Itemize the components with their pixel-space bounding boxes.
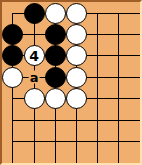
go-diagram: 4a	[0, 0, 142, 165]
board-point-c6[interactable]	[45, 109, 66, 130]
board-point-d8[interactable]	[66, 152, 87, 163]
grid-line-v	[118, 88, 119, 109]
board-point-a3	[2, 45, 23, 66]
white-stone	[66, 3, 87, 24]
black-stone	[2, 24, 23, 45]
board-point-c4	[45, 67, 66, 88]
black-stone	[45, 45, 66, 66]
grid-line-v	[12, 13, 13, 24]
board-point-f5[interactable]	[108, 88, 129, 109]
grid-line-h	[13, 141, 24, 142]
grid-line-v	[76, 131, 77, 152]
board-point-b4[interactable]: a	[24, 67, 45, 88]
board-point-d7[interactable]	[66, 131, 87, 152]
white-stone	[45, 3, 66, 24]
board-point-f7[interactable]	[108, 131, 129, 152]
white-stone	[66, 88, 87, 109]
board-point-f2[interactable]	[108, 24, 129, 45]
board-point-f3[interactable]	[108, 45, 129, 66]
board-point-e1[interactable]	[87, 2, 108, 23]
board-point-a5[interactable]	[2, 88, 23, 109]
go-board: 4a	[2, 2, 140, 163]
board-point-c5	[45, 88, 66, 109]
black-stone	[45, 67, 66, 88]
board-point-d6[interactable]	[66, 109, 87, 130]
grid-line-v	[76, 109, 77, 130]
board-point-a7[interactable]	[2, 131, 23, 152]
grid-line-v	[97, 13, 98, 24]
white-stone	[2, 67, 23, 88]
grid-line-v	[118, 13, 119, 24]
board-point-f8[interactable]	[108, 152, 129, 163]
board-point-c2	[45, 24, 66, 45]
grid-line-v	[97, 131, 98, 152]
board-point-g1[interactable]	[130, 2, 140, 23]
black-stone	[24, 3, 45, 24]
grid-line-v	[118, 152, 119, 163]
board-point-g2[interactable]	[130, 24, 140, 45]
board-point-d5	[66, 88, 87, 109]
grid-line-h	[130, 13, 140, 14]
go-board-grid: 4a	[2, 2, 140, 163]
grid-line-v	[55, 131, 56, 152]
board-point-f4[interactable]	[108, 67, 129, 88]
board-point-d3	[66, 45, 87, 66]
grid-line-h	[13, 98, 24, 99]
board-point-e4[interactable]	[87, 67, 108, 88]
grid-line-v	[34, 131, 35, 152]
grid-line-v	[12, 131, 13, 152]
grid-line-v	[118, 67, 119, 88]
board-point-g5[interactable]	[130, 88, 140, 109]
board-point-e3[interactable]	[87, 45, 108, 66]
board-point-a2	[2, 24, 23, 45]
board-point-b7[interactable]	[24, 131, 45, 152]
board-point-g8[interactable]	[130, 152, 140, 163]
point-label-a: a	[29, 71, 40, 84]
board-point-f1[interactable]	[108, 2, 129, 23]
board-point-c7[interactable]	[45, 131, 66, 152]
board-point-e7[interactable]	[87, 131, 108, 152]
board-point-g3[interactable]	[130, 45, 140, 66]
grid-line-h	[130, 141, 140, 142]
board-point-c3	[45, 45, 66, 66]
grid-line-v	[34, 109, 35, 130]
board-point-e2[interactable]	[87, 24, 108, 45]
grid-line-v	[12, 109, 13, 130]
black-stone	[2, 45, 23, 66]
grid-line-v	[97, 152, 98, 163]
board-point-e5[interactable]	[87, 88, 108, 109]
board-point-b1	[24, 2, 45, 23]
board-point-a8[interactable]	[2, 152, 23, 163]
board-point-c1	[45, 2, 66, 23]
white-stone	[24, 88, 45, 109]
board-point-b5	[24, 88, 45, 109]
grid-line-h	[130, 55, 140, 56]
board-point-d4	[66, 67, 87, 88]
grid-line-v	[118, 131, 119, 152]
grid-line-v	[97, 67, 98, 88]
grid-line-v	[55, 152, 56, 163]
board-point-g7[interactable]	[130, 131, 140, 152]
white-stone	[66, 45, 87, 66]
grid-line-v	[76, 152, 77, 163]
grid-line-v	[97, 88, 98, 109]
board-point-c8[interactable]	[45, 152, 66, 163]
board-point-g6[interactable]	[130, 109, 140, 130]
grid-line-v	[118, 24, 119, 45]
board-point-a6[interactable]	[2, 109, 23, 130]
board-point-e6[interactable]	[87, 109, 108, 130]
black-stone	[45, 24, 66, 45]
grid-line-h	[130, 98, 140, 99]
grid-line-v	[97, 24, 98, 45]
grid-line-v	[97, 45, 98, 66]
board-point-d1	[66, 2, 87, 23]
grid-line-h	[130, 77, 140, 78]
board-point-a4	[2, 67, 23, 88]
grid-line-h	[13, 120, 24, 121]
grid-line-v	[97, 109, 98, 130]
grid-line-v	[118, 109, 119, 130]
white-stone	[66, 24, 87, 45]
board-point-a1[interactable]	[2, 2, 23, 23]
white-stone-numbered-4: 4	[24, 45, 45, 66]
grid-line-h	[130, 120, 140, 121]
board-point-d2	[66, 24, 87, 45]
white-stone	[66, 67, 87, 88]
grid-line-v	[118, 45, 119, 66]
board-point-g4[interactable]	[130, 67, 140, 88]
grid-line-v	[12, 88, 13, 109]
white-stone	[45, 88, 66, 109]
board-point-f6[interactable]	[108, 109, 129, 130]
board-point-e8[interactable]	[87, 152, 108, 163]
grid-line-h	[130, 34, 140, 35]
board-point-b8[interactable]	[24, 152, 45, 163]
grid-line-v	[34, 152, 35, 163]
board-point-b6[interactable]	[24, 109, 45, 130]
board-point-b3: 4	[24, 45, 45, 66]
board-point-b2[interactable]	[24, 24, 45, 45]
grid-line-v	[55, 109, 56, 130]
grid-line-v	[34, 24, 35, 45]
grid-line-v	[12, 152, 13, 163]
grid-line-h	[13, 13, 24, 14]
